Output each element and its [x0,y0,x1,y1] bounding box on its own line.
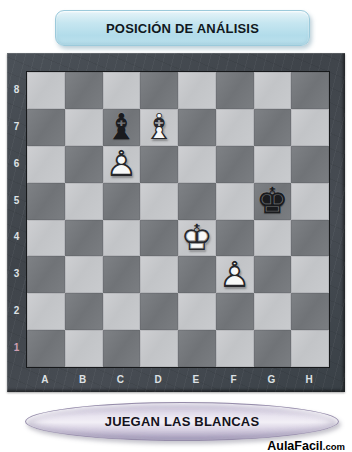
white-pawn-c6: ♟♙ [103,146,141,183]
rank-label-6: 6 [14,158,20,169]
white-bishop-d7: ♝♗ [140,109,178,146]
white-pawn-f3: ♟♙ [216,256,254,293]
square-c7: ♝ [103,109,141,146]
square-g6 [254,146,292,183]
square-f8 [216,72,254,109]
rank-label-5: 5 [14,195,20,206]
square-g2 [254,293,292,330]
square-d2 [140,293,178,330]
square-f4 [216,220,254,257]
chess-board: 87654321 ♝♝♗♟♙♚♚♔♟♙ ABCDEFGH [7,53,345,392]
square-e4: ♚♔ [178,220,216,257]
white-king-e4: ♚♔ [178,220,216,257]
board-squares: ♝♝♗♟♙♚♚♔♟♙ [26,71,330,368]
square-g5: ♚ [254,183,292,220]
square-h8 [291,72,329,109]
analysis-banner-label: POSICIÓN DE ANÁLISIS [106,21,259,36]
square-b8 [65,72,103,109]
rank-label-3: 3 [14,268,20,279]
square-h4 [291,220,329,257]
square-a6 [27,146,65,183]
square-a5 [27,183,65,220]
rank-label-4: 4 [14,231,20,242]
file-label-a: A [41,374,48,385]
square-g1 [254,330,292,367]
square-b7 [65,109,103,146]
file-label-h: H [306,374,313,385]
square-c8 [103,72,141,109]
square-f3: ♟♙ [216,256,254,293]
black-bishop-c7: ♝ [103,109,141,146]
square-d4 [140,220,178,257]
square-a8 [27,72,65,109]
square-e3 [178,256,216,293]
rank-label-1: 1 [14,342,20,353]
analysis-banner: POSICIÓN DE ANÁLISIS [55,10,310,46]
square-c3 [103,256,141,293]
square-d6 [140,146,178,183]
square-c4 [103,220,141,257]
black-king-g5: ♚ [254,183,292,220]
square-d1 [140,330,178,367]
file-label-e: E [193,374,200,385]
square-a1 [27,330,65,367]
square-h2 [291,293,329,330]
square-e8 [178,72,216,109]
square-f6 [216,146,254,183]
square-d3 [140,256,178,293]
square-d8 [140,72,178,109]
square-e6 [178,146,216,183]
square-c1 [103,330,141,367]
square-b1 [65,330,103,367]
square-b3 [65,256,103,293]
square-a3 [27,256,65,293]
file-label-f: F [231,374,237,385]
file-label-g: G [267,374,275,385]
square-g3 [254,256,292,293]
file-label-b: B [79,374,86,385]
file-labels: ABCDEFGH [26,367,328,392]
square-a7 [27,109,65,146]
square-f2 [216,293,254,330]
square-h6 [291,146,329,183]
square-f5 [216,183,254,220]
square-g4 [254,220,292,257]
turn-banner-label: JUEGAN LAS BLANCAS [105,414,260,429]
file-label-c: C [117,374,124,385]
square-b2 [65,293,103,330]
square-f7 [216,109,254,146]
square-e1 [178,330,216,367]
square-b4 [65,220,103,257]
rank-label-8: 8 [14,84,20,95]
square-g7 [254,109,292,146]
square-c5 [103,183,141,220]
site-credit-name: AulaFacil [267,439,323,452]
square-e2 [178,293,216,330]
square-c2 [103,293,141,330]
square-f1 [216,330,254,367]
square-a2 [27,293,65,330]
square-d5 [140,183,178,220]
file-label-d: D [155,374,162,385]
square-h3 [291,256,329,293]
square-d7: ♝♗ [140,109,178,146]
site-credit: AulaFacil.com [267,436,345,452]
square-h1 [291,330,329,367]
square-h7 [291,109,329,146]
rank-label-2: 2 [14,305,20,316]
site-credit-suffix: .com [323,441,345,452]
square-a4 [27,220,65,257]
square-b5 [65,183,103,220]
page: POSICIÓN DE ANÁLISIS 87654321 ♝♝♗♟♙♚♚♔♟♙… [0,0,352,452]
rank-labels: 87654321 [7,71,26,366]
square-h5 [291,183,329,220]
square-c6: ♟♙ [103,146,141,183]
square-e5 [178,183,216,220]
square-e7 [178,109,216,146]
rank-label-7: 7 [14,121,20,132]
square-g8 [254,72,292,109]
square-b6 [65,146,103,183]
